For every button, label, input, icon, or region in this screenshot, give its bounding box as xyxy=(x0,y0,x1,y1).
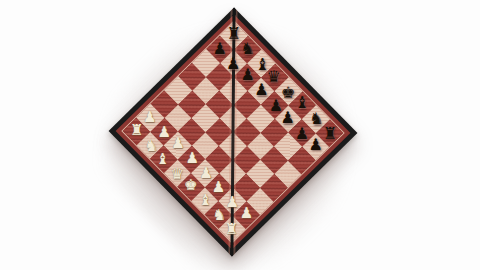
black-knight-piece: ♞ xyxy=(241,41,255,57)
white-queen-piece: ♛ xyxy=(170,167,183,182)
black-pawn-piece: ♟ xyxy=(294,126,308,142)
black-rook-piece: ♜ xyxy=(227,26,241,42)
photo-canvas: ♜♞♝♛♚♝♞♜♟♟♟♟♟♟♟♟♟♟♟♟♟♟♟♟♜♞♝♛♚♝♞♜ xyxy=(0,0,480,270)
white-pawn-piece: ♟ xyxy=(171,136,184,151)
black-queen-piece: ♛ xyxy=(267,69,281,85)
white-pawn-piece: ♟ xyxy=(199,166,212,181)
black-pawn-piece: ♟ xyxy=(240,67,254,83)
black-knight-piece: ♞ xyxy=(309,111,323,127)
white-pawn-piece: ♟ xyxy=(239,206,252,221)
black-pawn-piece: ♟ xyxy=(280,111,294,127)
black-pawn-piece: ♟ xyxy=(308,137,322,153)
black-pawn-piece: ♟ xyxy=(212,41,226,57)
white-pawn-piece: ♟ xyxy=(211,180,224,195)
black-pawn-piece: ♟ xyxy=(226,56,240,72)
white-bishop-piece: ♝ xyxy=(156,151,169,166)
white-pawn-piece: ♟ xyxy=(157,125,170,140)
black-rook-piece: ♜ xyxy=(323,126,337,142)
white-pawn-piece: ♟ xyxy=(143,110,156,125)
white-rook-piece: ♜ xyxy=(225,221,238,236)
white-pawn-piece: ♟ xyxy=(225,195,238,210)
white-pawn-piece: ♟ xyxy=(185,151,198,166)
black-pawn-piece: ♟ xyxy=(254,82,268,98)
white-king-piece: ♚ xyxy=(184,178,197,193)
white-rook-piece: ♜ xyxy=(130,123,143,138)
black-bishop-piece: ♝ xyxy=(295,95,309,111)
white-bishop-piece: ♝ xyxy=(199,193,212,208)
